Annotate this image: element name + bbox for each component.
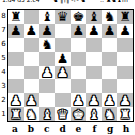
piece-white-queen[interactable]: ♛ bbox=[57, 108, 69, 121]
square-b5[interactable] bbox=[24, 52, 40, 66]
square-h2[interactable]: ♟ bbox=[117, 93, 133, 107]
square-h4[interactable] bbox=[117, 66, 133, 80]
chess-board: ♜♝♛♚♝♞♜♟♟♟♟♟♟♟♞♟♟♟♟♟♟♟♟♟♜♞♝♛♚♝♞♜ bbox=[7, 9, 134, 122]
rank-label-6: 6 bbox=[0, 37, 7, 51]
piece-white-knight[interactable]: ♞ bbox=[26, 108, 38, 121]
piece-white-rook[interactable]: ♜ bbox=[119, 108, 131, 121]
square-e8[interactable]: ♚ bbox=[71, 10, 87, 24]
square-f7[interactable]: ♟ bbox=[86, 24, 102, 38]
file-label-d: d bbox=[55, 123, 71, 135]
piece-black-pawn[interactable]: ♟ bbox=[10, 24, 22, 37]
rank-label-2: 2 bbox=[0, 94, 7, 108]
piece-black-pawn[interactable]: ♟ bbox=[26, 24, 38, 37]
square-e3[interactable] bbox=[71, 79, 87, 93]
square-b3[interactable] bbox=[24, 79, 40, 93]
piece-white-pawn[interactable]: ♟ bbox=[88, 94, 100, 107]
square-f8[interactable]: ♝ bbox=[86, 10, 102, 24]
square-d5[interactable]: ♟ bbox=[55, 52, 71, 66]
square-e6[interactable] bbox=[71, 38, 87, 52]
rank-labels: 87654321 bbox=[0, 9, 7, 122]
square-h7[interactable]: ♟ bbox=[117, 24, 133, 38]
square-c4[interactable]: ♟ bbox=[39, 66, 55, 80]
piece-white-pawn[interactable]: ♟ bbox=[57, 66, 69, 79]
square-b4[interactable] bbox=[24, 66, 40, 80]
square-a2[interactable]: ♟ bbox=[8, 93, 24, 107]
square-h8[interactable]: ♜ bbox=[117, 10, 133, 24]
square-a8[interactable]: ♜ bbox=[8, 10, 24, 24]
square-c8[interactable]: ♝ bbox=[39, 10, 55, 24]
piece-black-pawn[interactable]: ♟ bbox=[72, 24, 84, 37]
square-g7[interactable]: ♟ bbox=[102, 24, 118, 38]
piece-black-knight[interactable]: ♞ bbox=[41, 38, 53, 51]
file-label-g: g bbox=[102, 123, 118, 135]
file-label-f: f bbox=[86, 123, 102, 135]
piece-black-rook[interactable]: ♜ bbox=[119, 10, 131, 23]
piece-white-rook[interactable]: ♜ bbox=[10, 108, 22, 121]
caption-fragment-right: :: ♜♞♝m bbox=[100, 0, 128, 4]
piece-white-pawn[interactable]: ♟ bbox=[119, 94, 131, 107]
cutoff-caption-strip: 1.d4 d5 2.c4 ♞ ‖†‖ -?- ♞ :: ♜♞♝m bbox=[0, 0, 135, 9]
square-a5[interactable] bbox=[8, 52, 24, 66]
piece-black-pawn[interactable]: ♟ bbox=[57, 52, 69, 65]
square-h5[interactable] bbox=[117, 52, 133, 66]
square-c2[interactable] bbox=[39, 93, 55, 107]
rank-label-1: 1 bbox=[0, 108, 7, 122]
square-d8[interactable]: ♛ bbox=[55, 10, 71, 24]
square-b7[interactable]: ♟ bbox=[24, 24, 40, 38]
file-label-c: c bbox=[39, 123, 55, 135]
square-d3[interactable] bbox=[55, 79, 71, 93]
square-c7[interactable]: ♟ bbox=[39, 24, 55, 38]
caption-fragment-left: 1.d4 d5 2.c4 bbox=[2, 0, 40, 4]
square-f1[interactable]: ♝ bbox=[86, 107, 102, 121]
square-g2[interactable]: ♟ bbox=[102, 93, 118, 107]
piece-black-knight[interactable]: ♞ bbox=[104, 10, 116, 23]
file-label-h: h bbox=[118, 123, 134, 135]
square-h6[interactable] bbox=[117, 38, 133, 52]
square-a1[interactable]: ♜ bbox=[8, 107, 24, 121]
square-e1[interactable]: ♚ bbox=[71, 107, 87, 121]
square-e5[interactable] bbox=[71, 52, 87, 66]
square-a6[interactable] bbox=[8, 38, 24, 52]
square-f6[interactable] bbox=[86, 38, 102, 52]
piece-white-king[interactable]: ♚ bbox=[72, 108, 84, 121]
file-label-e: e bbox=[71, 123, 87, 135]
piece-white-pawn[interactable]: ♟ bbox=[41, 66, 53, 79]
piece-black-pawn[interactable]: ♟ bbox=[119, 24, 131, 37]
piece-white-pawn[interactable]: ♟ bbox=[10, 94, 22, 107]
square-d2[interactable] bbox=[55, 93, 71, 107]
piece-black-king[interactable]: ♚ bbox=[72, 10, 84, 23]
square-b8[interactable] bbox=[24, 10, 40, 24]
file-labels: abcdefgh bbox=[7, 123, 134, 135]
rank-label-8: 8 bbox=[0, 9, 7, 23]
square-f4[interactable] bbox=[86, 66, 102, 80]
file-label-b: b bbox=[23, 123, 39, 135]
rank-label-4: 4 bbox=[0, 66, 7, 80]
piece-black-rook[interactable]: ♜ bbox=[10, 10, 22, 23]
square-d7[interactable] bbox=[55, 24, 71, 38]
piece-black-bishop[interactable]: ♝ bbox=[88, 10, 100, 23]
square-g6[interactable] bbox=[102, 38, 118, 52]
square-g3[interactable] bbox=[102, 79, 118, 93]
square-g4[interactable] bbox=[102, 66, 118, 80]
square-a4[interactable] bbox=[8, 66, 24, 80]
square-d6[interactable] bbox=[55, 38, 71, 52]
rank-label-7: 7 bbox=[0, 23, 7, 37]
square-c6[interactable]: ♞ bbox=[39, 38, 55, 52]
piece-black-pawn[interactable]: ♟ bbox=[104, 24, 116, 37]
square-h1[interactable]: ♜ bbox=[117, 107, 133, 121]
square-c3[interactable] bbox=[39, 79, 55, 93]
piece-white-bishop[interactable]: ♝ bbox=[88, 108, 100, 121]
square-f3[interactable] bbox=[86, 79, 102, 93]
file-label-a: a bbox=[7, 123, 23, 135]
square-g1[interactable]: ♞ bbox=[102, 107, 118, 121]
square-b1[interactable]: ♞ bbox=[24, 107, 40, 121]
piece-black-bishop[interactable]: ♝ bbox=[41, 10, 53, 23]
piece-white-pawn[interactable]: ♟ bbox=[104, 94, 116, 107]
square-g8[interactable]: ♞ bbox=[102, 10, 118, 24]
caption-fragment-middle: ♞ ‖†‖ -?- ♞ bbox=[53, 0, 86, 4]
square-e4[interactable] bbox=[71, 66, 87, 80]
square-a7[interactable]: ♟ bbox=[8, 24, 24, 38]
square-f2[interactable]: ♟ bbox=[86, 93, 102, 107]
piece-black-queen[interactable]: ♛ bbox=[57, 10, 69, 23]
piece-white-pawn[interactable]: ♟ bbox=[26, 94, 38, 107]
square-d1[interactable]: ♛ bbox=[55, 107, 71, 121]
square-b6[interactable] bbox=[24, 38, 40, 52]
rank-label-3: 3 bbox=[0, 80, 7, 94]
piece-white-bishop[interactable]: ♝ bbox=[41, 108, 53, 121]
square-a3[interactable] bbox=[8, 79, 24, 93]
piece-black-pawn[interactable]: ♟ bbox=[88, 24, 100, 37]
square-g5[interactable] bbox=[102, 52, 118, 66]
rank-label-5: 5 bbox=[0, 51, 7, 65]
square-h3[interactable] bbox=[117, 79, 133, 93]
square-f5[interactable] bbox=[86, 52, 102, 66]
square-b2[interactable]: ♟ bbox=[24, 93, 40, 107]
square-d4[interactable]: ♟ bbox=[55, 66, 71, 80]
piece-black-pawn[interactable]: ♟ bbox=[41, 24, 53, 37]
square-c5[interactable] bbox=[39, 52, 55, 66]
square-e2[interactable]: ♟ bbox=[71, 93, 87, 107]
square-e7[interactable]: ♟ bbox=[71, 24, 87, 38]
piece-white-knight[interactable]: ♞ bbox=[104, 108, 116, 121]
piece-white-pawn[interactable]: ♟ bbox=[72, 94, 84, 107]
square-c1[interactable]: ♝ bbox=[39, 107, 55, 121]
